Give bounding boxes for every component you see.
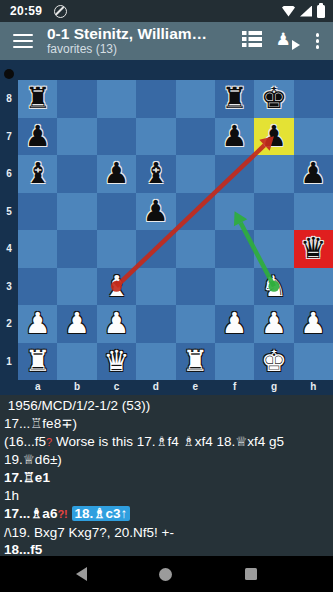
rank-label-5: 5: [0, 193, 18, 231]
square-f1[interactable]: [215, 343, 254, 381]
square-f5[interactable]: [215, 193, 254, 231]
white-pawn-b2: ♟: [64, 309, 90, 338]
overflow-menu-icon[interactable]: [312, 31, 324, 51]
cell-signal-icon: [300, 6, 312, 17]
square-g3[interactable]: ♞: [254, 268, 293, 306]
rank-labels: 87654321: [0, 80, 18, 380]
square-c4[interactable]: [97, 230, 136, 268]
square-g6[interactable]: [254, 155, 293, 193]
square-b7[interactable]: [57, 118, 96, 156]
move-text[interactable]: 1956/MCD/1/2-1/2 (53)): [4, 398, 150, 413]
square-a2[interactable]: ♟: [18, 305, 57, 343]
square-b3[interactable]: [57, 268, 96, 306]
status-bar: 20:59: [0, 0, 333, 22]
white-king-g1: ♚: [261, 347, 287, 376]
square-d3[interactable]: [136, 268, 175, 306]
nag-annotation[interactable]: ?!: [57, 508, 67, 520]
move-text[interactable]: Worse is this 17.♗f4 ♗xf4 18.♕xf4 g5: [52, 434, 284, 449]
file-label-b: b: [57, 381, 96, 395]
square-a6[interactable]: ♝: [18, 155, 57, 193]
square-h1[interactable]: [294, 343, 333, 381]
white-pawn-a2: ♟: [25, 309, 51, 338]
square-c7[interactable]: [97, 118, 136, 156]
chess-board[interactable]: ♜♜♚♟♟♟♝♟♝♟♟♛♝♞♟♟♟♟♟♟♜♛♜♚: [18, 80, 333, 380]
square-a3[interactable]: [18, 268, 57, 306]
rank-label-1: 1: [0, 343, 18, 381]
black-rook-a8: ♜: [25, 84, 51, 113]
move-line-2[interactable]: 17...♖fe8∓): [4, 415, 333, 433]
square-d6[interactable]: ♝: [136, 155, 175, 193]
square-g5[interactable]: [254, 193, 293, 231]
move-text[interactable]: (16...f5: [4, 434, 46, 449]
square-f8[interactable]: ♜: [215, 80, 254, 118]
file-label-d: d: [136, 381, 175, 395]
file-label-h: h: [294, 381, 333, 395]
file-label-f: f: [215, 381, 254, 395]
black-queen-h4: ♛: [300, 234, 326, 263]
rank-label-4: 4: [0, 230, 18, 268]
white-queen-c1: ♛: [103, 347, 129, 376]
move-text[interactable]: [68, 506, 72, 521]
file-label-c: c: [97, 381, 136, 395]
square-f2[interactable]: ♟: [215, 305, 254, 343]
move-text[interactable]: 17...♗a6: [4, 506, 57, 521]
square-a1[interactable]: ♜: [18, 343, 57, 381]
square-e6[interactable]: [176, 155, 215, 193]
square-d7[interactable]: [136, 118, 175, 156]
move-line-8[interactable]: /\19. Bxg7 Kxg7?, 20.Nf5! +-: [4, 524, 333, 542]
square-c1[interactable]: ♛: [97, 343, 136, 381]
square-e1[interactable]: ♜: [176, 343, 215, 381]
move-line-9[interactable]: 18...f5: [4, 541, 333, 556]
selected-move[interactable]: 18.♗c3↑: [72, 506, 131, 521]
square-g2[interactable]: ♟: [254, 305, 293, 343]
square-h8[interactable]: [294, 80, 333, 118]
square-b4[interactable]: [57, 230, 96, 268]
chess-app-window: 20:59 0-1 Steinitz, William… favorites (…: [0, 0, 333, 592]
move-line-7[interactable]: 17...♗a6?! 18.♗c3↑: [4, 505, 333, 524]
white-rook-a1: ♜: [25, 347, 51, 376]
square-a4[interactable]: [18, 230, 57, 268]
file-label-a: a: [18, 381, 57, 395]
black-rook-f8: ♜: [222, 84, 248, 113]
move-text[interactable]: 1h: [4, 488, 19, 503]
black-king-g8: ♚: [261, 84, 287, 113]
move-line-5[interactable]: 17.♖e1: [4, 469, 333, 487]
rank-label-3: 3: [0, 268, 18, 306]
black-pawn-f7: ♟: [222, 122, 248, 151]
battery-icon: [317, 5, 325, 18]
square-h7[interactable]: [294, 118, 333, 156]
do-not-disturb-icon: [54, 5, 67, 18]
white-pawn-g2: ♟: [261, 309, 287, 338]
game-title: 0-1 Steinitz, William…: [47, 25, 242, 43]
square-c6[interactable]: ♟: [97, 155, 136, 193]
black-pawn-c6: ♟: [103, 159, 129, 188]
engine-play-icon[interactable]: ♟: [276, 31, 298, 51]
square-e5[interactable]: [176, 193, 215, 231]
side-to-move-indicator: [4, 69, 14, 79]
rank-label-8: 8: [0, 80, 18, 118]
square-h4[interactable]: ♛: [294, 230, 333, 268]
square-d8[interactable]: [136, 80, 175, 118]
home-icon[interactable]: [159, 568, 172, 581]
titles: 0-1 Steinitz, William… favorites (13): [47, 25, 242, 57]
black-pawn-a7: ♟: [25, 122, 51, 151]
square-a5[interactable]: [18, 193, 57, 231]
move-list[interactable]: 1956/MCD/1/2-1/2 (53))17...♖fe8∓)(16...f…: [0, 395, 333, 556]
file-labels: abcdefgh: [18, 381, 333, 395]
square-d4[interactable]: [136, 230, 175, 268]
square-e7[interactable]: [176, 118, 215, 156]
square-c8[interactable]: [97, 80, 136, 118]
move-line-1[interactable]: 1956/MCD/1/2-1/2 (53)): [4, 397, 333, 415]
rank-label-2: 2: [0, 305, 18, 343]
board-area: 87654321 ♜♜♚♟♟♟♝♟♝♟♟♛♝♞♟♟♟♟♟♟♜♛♜♚ abcdef…: [0, 60, 333, 395]
black-bishop-d6: ♝: [143, 159, 169, 188]
android-nav-bar: [0, 556, 333, 592]
move-text[interactable]: 19.♕d6±): [4, 452, 62, 467]
white-pawn-h2: ♟: [300, 309, 326, 338]
square-b8[interactable]: [57, 80, 96, 118]
move-line-6[interactable]: 1h: [4, 487, 333, 505]
back-icon[interactable]: [76, 567, 87, 581]
game-list-icon[interactable]: [242, 31, 262, 51]
move-text[interactable]: 18...f5: [4, 542, 42, 556]
square-f6[interactable]: [215, 155, 254, 193]
white-pawn-c2: ♟: [103, 309, 129, 338]
recents-icon[interactable]: [245, 568, 257, 580]
black-pawn-d5: ♟: [143, 197, 169, 226]
white-pawn-f2: ♟: [222, 309, 248, 338]
black-pawn-h6: ♟: [300, 159, 326, 188]
square-g7[interactable]: ♟: [254, 118, 293, 156]
rank-label-6: 6: [0, 155, 18, 193]
white-knight-g3: ♞: [261, 272, 287, 301]
square-d5[interactable]: ♟: [136, 193, 175, 231]
white-bishop-c3: ♝: [103, 272, 129, 301]
square-d1[interactable]: [136, 343, 175, 381]
move-text[interactable]: 17.♖e1: [4, 470, 50, 485]
app-bar: 0-1 Steinitz, William… favorites (13) ♟: [0, 22, 333, 60]
black-pawn-g7: ♟: [261, 122, 287, 151]
file-label-g: g: [254, 381, 293, 395]
square-h2[interactable]: ♟: [294, 305, 333, 343]
square-e8[interactable]: [176, 80, 215, 118]
white-rook-e1: ♜: [182, 347, 208, 376]
file-label-e: e: [176, 381, 215, 395]
square-d2[interactable]: [136, 305, 175, 343]
square-a7[interactable]: ♟: [18, 118, 57, 156]
move-text[interactable]: 17...♖fe8∓): [4, 416, 77, 431]
square-g1[interactable]: ♚: [254, 343, 293, 381]
square-e2[interactable]: [176, 305, 215, 343]
square-h3[interactable]: [294, 268, 333, 306]
move-line-3[interactable]: (16...f5? Worse is this 17.♗f4 ♗xf4 18.♕…: [4, 433, 333, 452]
square-g4[interactable]: [254, 230, 293, 268]
black-bishop-a6: ♝: [25, 159, 51, 188]
square-b5[interactable]: [57, 193, 96, 231]
clock-text: 20:59: [10, 4, 42, 18]
square-a8[interactable]: ♜: [18, 80, 57, 118]
database-subtitle: favorites (13): [47, 43, 242, 57]
move-text[interactable]: /\19. Bxg7 Kxg7?, 20.Nf5! +-: [4, 525, 174, 540]
square-b6[interactable]: [57, 155, 96, 193]
square-f4[interactable]: [215, 230, 254, 268]
square-c5[interactable]: [97, 193, 136, 231]
square-g8[interactable]: ♚: [254, 80, 293, 118]
square-b1[interactable]: [57, 343, 96, 381]
square-h6[interactable]: ♟: [294, 155, 333, 193]
wifi-icon: [282, 6, 295, 17]
square-e3[interactable]: [176, 268, 215, 306]
square-f7[interactable]: ♟: [215, 118, 254, 156]
square-e4[interactable]: [176, 230, 215, 268]
menu-icon[interactable]: [13, 30, 33, 52]
square-c2[interactable]: ♟: [97, 305, 136, 343]
square-f3[interactable]: [215, 268, 254, 306]
square-c3[interactable]: ♝: [97, 268, 136, 306]
square-b2[interactable]: ♟: [57, 305, 96, 343]
move-line-4[interactable]: 19.♕d6±): [4, 451, 333, 469]
rank-label-7: 7: [0, 118, 18, 156]
square-h5[interactable]: [294, 193, 333, 231]
